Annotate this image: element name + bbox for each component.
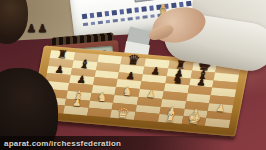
chess-piece: ♟: [215, 102, 226, 113]
captured-piece: ♟: [172, 7, 184, 20]
chess-piece: ♛: [116, 106, 131, 121]
captured-piece: ♟: [27, 23, 37, 34]
chess-piece: ♟: [54, 65, 65, 76]
chess-piece: ♝: [78, 57, 91, 70]
chess-piece: ♟: [76, 75, 87, 86]
chess-piece: ♟: [125, 71, 136, 82]
captured-piece: ♝: [155, 2, 171, 20]
chess-piece: ♟: [72, 98, 83, 109]
video-frame: ♞♟♟ ♝♟ ♜♛♜♚♝♟♟♝♟♟♞♟♟♞♟♝♞♟♟♟♟♟♜♛♜♚ aparat…: [0, 0, 266, 150]
chess-piece: ♟: [146, 88, 157, 99]
watermark-bar: aparat.com/irchessfederation: [0, 136, 266, 150]
chess-piece: ♜: [56, 49, 68, 61]
chess-piece: ♜: [164, 113, 176, 125]
chess-piece: ♞: [96, 90, 109, 103]
watermark-text: aparat.com/irchessfederation: [4, 139, 121, 148]
chess-piece: ♟: [196, 77, 207, 88]
banner-logo: [134, 0, 155, 3]
captured-white-pieces: ♝♟: [155, 2, 184, 20]
chess-piece: ♟: [150, 66, 161, 77]
captured-piece: ♟: [37, 23, 47, 34]
piece-layer: ♜♛♜♚♝♟♟♝♟♟♞♟♟♞♟♝♞♟♟♟♟♟♜♛♜♚: [39, 50, 240, 128]
chess-piece: ♛: [126, 52, 141, 67]
chess-piece: ♞: [171, 73, 184, 86]
chess-piece: ♞: [121, 85, 134, 98]
chess-piece: ♚: [186, 111, 202, 127]
